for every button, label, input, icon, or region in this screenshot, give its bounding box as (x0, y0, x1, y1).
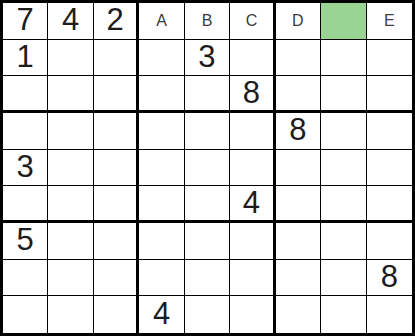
cell-r2c4[interactable] (139, 40, 184, 77)
cell-r5c2[interactable] (48, 150, 93, 187)
cell-r6c8[interactable] (321, 186, 366, 223)
cell-r9c2[interactable] (48, 296, 93, 333)
cell-r1c4[interactable]: A (139, 3, 184, 40)
cell-r4c1[interactable] (3, 113, 48, 150)
cell-r2c8[interactable] (321, 40, 366, 77)
cell-r6c5[interactable] (185, 186, 230, 223)
cell-r5c8[interactable] (321, 150, 366, 187)
cell-r3c3[interactable] (94, 76, 139, 113)
cell-r2c5[interactable]: 3 (185, 40, 230, 77)
cell-r3c8[interactable] (321, 76, 366, 113)
cell-r8c2[interactable] (48, 260, 93, 297)
cell-r7c9[interactable] (367, 223, 412, 260)
cell-r7c7[interactable] (276, 223, 321, 260)
cell-r9c3[interactable] (94, 296, 139, 333)
cell-r9c4[interactable]: 4 (139, 296, 184, 333)
cell-r2c2[interactable] (48, 40, 93, 77)
cell-r3c4[interactable] (139, 76, 184, 113)
cell-r1c9[interactable]: E (367, 3, 412, 40)
cell-r1c7[interactable]: D (276, 3, 321, 40)
cell-r4c5[interactable] (185, 113, 230, 150)
cell-r8c3[interactable] (94, 260, 139, 297)
cell-r4c2[interactable] (48, 113, 93, 150)
cell-r3c5[interactable] (185, 76, 230, 113)
cell-r7c8[interactable] (321, 223, 366, 260)
cell-r9c5[interactable] (185, 296, 230, 333)
cell-r5c9[interactable] (367, 150, 412, 187)
cell-r5c3[interactable] (94, 150, 139, 187)
cell-r8c1[interactable] (3, 260, 48, 297)
cell-r7c1[interactable]: 5 (3, 223, 48, 260)
cell-r3c7[interactable] (276, 76, 321, 113)
cell-r8c9[interactable]: 8 (367, 260, 412, 297)
cell-r6c7[interactable] (276, 186, 321, 223)
cell-r7c3[interactable] (94, 223, 139, 260)
cell-r2c3[interactable] (94, 40, 139, 77)
cell-r5c7[interactable] (276, 150, 321, 187)
cell-r7c2[interactable] (48, 223, 93, 260)
cell-r6c3[interactable] (94, 186, 139, 223)
cell-r5c1[interactable]: 3 (3, 150, 48, 187)
cell-r5c6[interactable] (230, 150, 275, 187)
cell-r5c5[interactable] (185, 150, 230, 187)
cell-r8c4[interactable] (139, 260, 184, 297)
cell-r4c4[interactable] (139, 113, 184, 150)
cell-r3c2[interactable] (48, 76, 93, 113)
cell-r9c6[interactable] (230, 296, 275, 333)
sudoku-board: 742ABCDE138834584 (0, 0, 415, 336)
cell-r9c8[interactable] (321, 296, 366, 333)
cell-r4c7[interactable]: 8 (276, 113, 321, 150)
cell-r4c9[interactable] (367, 113, 412, 150)
cell-r6c6[interactable]: 4 (230, 186, 275, 223)
cell-r3c1[interactable] (3, 76, 48, 113)
cell-r6c2[interactable] (48, 186, 93, 223)
cell-r2c7[interactable] (276, 40, 321, 77)
cell-r5c4[interactable] (139, 150, 184, 187)
cell-r1c3[interactable]: 2 (94, 3, 139, 40)
cell-r6c9[interactable] (367, 186, 412, 223)
cell-r8c7[interactable] (276, 260, 321, 297)
cell-r7c5[interactable] (185, 223, 230, 260)
highlighted-cell-r1c8[interactable] (321, 3, 366, 40)
cell-r3c9[interactable] (367, 76, 412, 113)
cell-r7c6[interactable] (230, 223, 275, 260)
cell-r4c6[interactable] (230, 113, 275, 150)
cell-r9c7[interactable] (276, 296, 321, 333)
cell-r4c8[interactable] (321, 113, 366, 150)
cell-r9c9[interactable] (367, 296, 412, 333)
cell-r2c1[interactable]: 1 (3, 40, 48, 77)
cell-r6c4[interactable] (139, 186, 184, 223)
cell-r7c4[interactable] (139, 223, 184, 260)
cell-r2c6[interactable] (230, 40, 275, 77)
cell-r8c6[interactable] (230, 260, 275, 297)
cell-r1c2[interactable]: 4 (48, 3, 93, 40)
cell-r8c8[interactable] (321, 260, 366, 297)
cell-r1c1[interactable]: 7 (3, 3, 48, 40)
cell-r1c6[interactable]: C (230, 3, 275, 40)
cell-r2c9[interactable] (367, 40, 412, 77)
cell-r8c5[interactable] (185, 260, 230, 297)
cell-r3c6[interactable]: 8 (230, 76, 275, 113)
cell-r9c1[interactable] (3, 296, 48, 333)
cell-r6c1[interactable] (3, 186, 48, 223)
cell-r1c5[interactable]: B (185, 3, 230, 40)
cell-r4c3[interactable] (94, 113, 139, 150)
